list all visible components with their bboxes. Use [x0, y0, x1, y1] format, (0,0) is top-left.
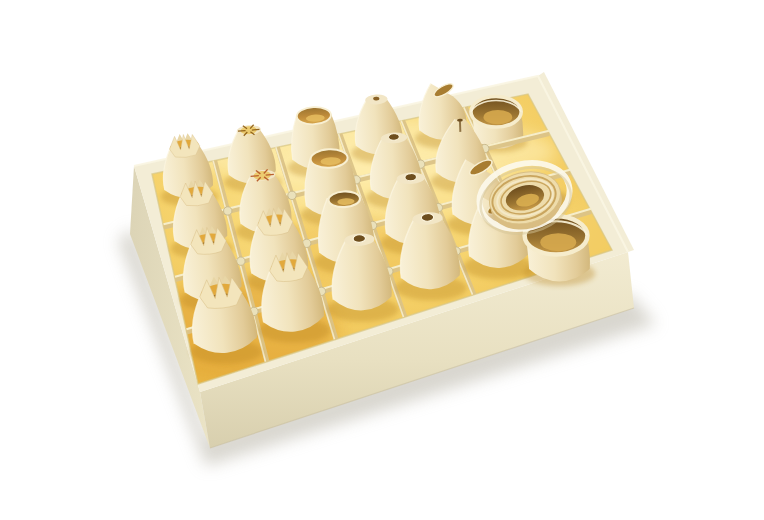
tray-scene — [0, 0, 764, 520]
divider-joint-knob — [224, 207, 232, 215]
product-photo-piping-nozzle-set — [0, 0, 764, 520]
divider-joint-knob — [237, 257, 245, 265]
divider-joint-knob — [288, 191, 296, 199]
